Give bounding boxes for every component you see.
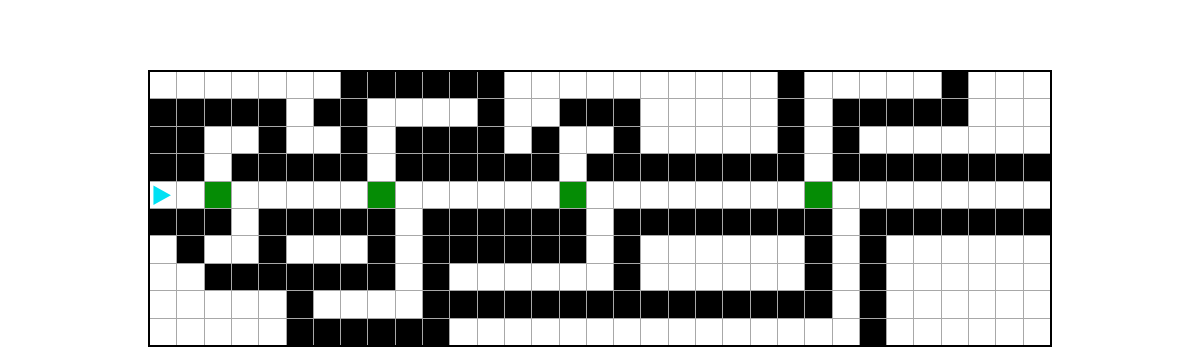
open-cell [887,72,913,98]
open-cell [150,264,176,290]
open-cell [614,72,640,98]
open-cell [751,264,777,290]
wall-cell [723,209,749,235]
open-cell [723,182,749,208]
open-cell [368,99,394,125]
open-cell [259,72,285,98]
wall-cell [833,99,859,125]
open-cell [532,319,558,345]
wall-cell [833,127,859,153]
wall-cell [341,319,367,345]
open-cell [696,99,722,125]
wall-cell [478,127,504,153]
open-cell [396,99,422,125]
open-cell [914,127,940,153]
open-cell [996,291,1022,317]
wall-cell [150,127,176,153]
wall-cell [287,154,313,180]
wall-cell [341,127,367,153]
open-cell [887,291,913,317]
open-cell [1024,99,1050,125]
wall-cell [614,127,640,153]
wall-cell [177,236,203,262]
wall-cell [396,319,422,345]
wall-cell [942,154,968,180]
open-cell [396,236,422,262]
open-cell [696,127,722,153]
open-cell [696,319,722,345]
open-cell [669,236,695,262]
wall-cell [423,291,449,317]
wall-cell [314,319,340,345]
open-cell [368,291,394,317]
open-cell [505,264,531,290]
wall-cell [450,209,476,235]
wall-cell [478,209,504,235]
wall-cell [177,99,203,125]
open-cell [942,319,968,345]
wall-cell [423,72,449,98]
wall-cell [723,291,749,317]
wall-cell [232,154,258,180]
wall-cell [669,154,695,180]
wall-cell [341,99,367,125]
open-cell [150,319,176,345]
open-cell [942,182,968,208]
open-cell [996,264,1022,290]
open-cell [751,319,777,345]
open-cell [396,209,422,235]
open-cell [641,99,667,125]
open-cell [969,72,995,98]
open-cell [696,264,722,290]
open-cell [641,319,667,345]
open-cell [1024,236,1050,262]
open-cell [287,72,313,98]
wall-cell [560,236,586,262]
wall-cell [778,72,804,98]
wall-cell [669,209,695,235]
wall-cell [232,99,258,125]
open-cell [232,72,258,98]
wall-cell [368,236,394,262]
goal-cell [368,182,394,208]
goal-cell [560,182,586,208]
open-cell [669,319,695,345]
open-cell [969,99,995,125]
open-cell [805,319,831,345]
wall-cell [478,99,504,125]
open-cell [560,72,586,98]
wall-cell [696,291,722,317]
wall-cell [778,154,804,180]
open-cell [314,291,340,317]
open-cell [778,236,804,262]
wall-cell [532,236,558,262]
open-cell [450,264,476,290]
wall-cell [641,291,667,317]
wall-cell [478,72,504,98]
open-cell [887,236,913,262]
open-cell [969,319,995,345]
open-cell [751,99,777,125]
wall-cell [287,264,313,290]
wall-cell [177,209,203,235]
wall-cell [259,127,285,153]
wall-cell [614,291,640,317]
wall-cell [942,72,968,98]
open-cell [778,182,804,208]
open-cell [150,291,176,317]
open-cell [805,154,831,180]
open-cell [259,319,285,345]
wall-cell [314,154,340,180]
wall-cell [696,154,722,180]
wall-cell [450,127,476,153]
wall-cell [532,209,558,235]
wall-cell [914,154,940,180]
open-cell [723,127,749,153]
open-cell [205,291,231,317]
open-cell [560,319,586,345]
open-cell [1024,182,1050,208]
wall-cell [751,154,777,180]
open-cell [532,72,558,98]
maze-page [0,0,1200,363]
open-cell [341,291,367,317]
open-cell [996,127,1022,153]
wall-cell [1024,154,1050,180]
open-cell [478,182,504,208]
open-cell [914,264,940,290]
wall-cell [205,209,231,235]
wall-cell [314,264,340,290]
wall-cell [560,99,586,125]
wall-cell [942,209,968,235]
open-cell [368,127,394,153]
wall-cell [505,209,531,235]
wall-cell [396,72,422,98]
open-cell [177,319,203,345]
open-cell [1024,264,1050,290]
open-cell [669,72,695,98]
open-cell [887,127,913,153]
agent-cell [150,182,176,208]
wall-cell [696,209,722,235]
wall-cell [1024,209,1050,235]
wall-cell [478,291,504,317]
wall-cell [341,72,367,98]
wall-cell [914,99,940,125]
wall-cell [532,154,558,180]
wall-cell [669,291,695,317]
open-cell [751,127,777,153]
wall-cell [641,154,667,180]
open-cell [723,72,749,98]
open-cell [177,182,203,208]
open-cell [587,264,613,290]
wall-cell [314,209,340,235]
open-cell [669,99,695,125]
open-cell [587,209,613,235]
open-cell [969,264,995,290]
wall-cell [751,209,777,235]
open-cell [560,264,586,290]
wall-cell [423,127,449,153]
open-cell [833,72,859,98]
open-cell [232,236,258,262]
open-cell [396,291,422,317]
wall-cell [450,291,476,317]
open-cell [505,127,531,153]
wall-cell [860,264,886,290]
wall-cell [614,236,640,262]
open-cell [287,99,313,125]
open-cell [751,236,777,262]
wall-cell [259,99,285,125]
open-cell [751,72,777,98]
wall-cell [887,154,913,180]
open-cell [669,182,695,208]
open-cell [232,319,258,345]
wall-cell [287,209,313,235]
open-cell [177,264,203,290]
wall-cell [969,154,995,180]
open-cell [942,236,968,262]
open-cell [914,291,940,317]
wall-cell [177,154,203,180]
open-cell [505,72,531,98]
open-cell [232,291,258,317]
wall-cell [996,209,1022,235]
open-cell [614,319,640,345]
open-cell [723,99,749,125]
open-cell [505,182,531,208]
wall-cell [341,264,367,290]
open-cell [996,236,1022,262]
wall-cell [505,236,531,262]
wall-cell [205,264,231,290]
wall-cell [860,236,886,262]
wall-cell [150,209,176,235]
wall-cell [450,72,476,98]
open-cell [396,264,422,290]
wall-cell [423,319,449,345]
wall-cell [478,154,504,180]
wall-cell [805,209,831,235]
open-cell [969,291,995,317]
wall-cell [996,154,1022,180]
open-cell [833,236,859,262]
open-cell [1024,72,1050,98]
wall-cell [368,209,394,235]
wall-cell [641,209,667,235]
open-cell [314,72,340,98]
open-cell [914,182,940,208]
open-cell [969,182,995,208]
open-cell [887,264,913,290]
open-cell [587,236,613,262]
open-cell [860,72,886,98]
open-cell [833,264,859,290]
open-cell [696,236,722,262]
open-cell [887,182,913,208]
open-cell [314,127,340,153]
open-cell [587,127,613,153]
wall-cell [232,264,258,290]
wall-cell [751,291,777,317]
open-cell [450,319,476,345]
open-cell [150,72,176,98]
open-cell [177,291,203,317]
open-cell [287,182,313,208]
wall-cell [860,291,886,317]
open-cell [150,236,176,262]
wall-cell [587,99,613,125]
wall-cell [778,291,804,317]
open-cell [669,264,695,290]
open-cell [505,319,531,345]
wall-cell [368,72,394,98]
open-cell [669,127,695,153]
wall-cell [614,99,640,125]
wall-cell [259,236,285,262]
open-cell [478,319,504,345]
wall-cell [423,264,449,290]
goal-cell [205,182,231,208]
open-cell [450,99,476,125]
open-cell [205,319,231,345]
wall-cell [532,127,558,153]
wall-cell [177,127,203,153]
open-cell [259,182,285,208]
open-cell [232,182,258,208]
open-cell [287,236,313,262]
wall-cell [341,209,367,235]
open-cell [368,154,394,180]
right-triangle-icon [150,182,176,208]
wall-cell [505,291,531,317]
open-cell [532,264,558,290]
wall-cell [778,127,804,153]
open-cell [1024,127,1050,153]
open-cell [450,182,476,208]
wall-cell [860,154,886,180]
open-cell [532,182,558,208]
open-cell [887,319,913,345]
wall-cell [614,264,640,290]
wall-cell [341,154,367,180]
open-cell [614,182,640,208]
open-cell [914,319,940,345]
wall-cell [287,319,313,345]
open-cell [942,127,968,153]
open-cell [505,99,531,125]
open-cell [996,99,1022,125]
open-cell [423,99,449,125]
open-cell [996,72,1022,98]
wall-cell [205,99,231,125]
open-cell [914,72,940,98]
open-cell [532,99,558,125]
wall-cell [259,154,285,180]
open-cell [723,236,749,262]
open-cell [1024,319,1050,345]
open-cell [996,182,1022,208]
open-cell [478,264,504,290]
open-cell [641,264,667,290]
open-cell [587,72,613,98]
wall-cell [368,264,394,290]
open-cell [232,127,258,153]
open-cell [778,319,804,345]
maze-board [148,70,1052,347]
wall-cell [478,236,504,262]
open-cell [833,209,859,235]
wall-cell [423,154,449,180]
open-cell [969,236,995,262]
open-cell [833,182,859,208]
wall-cell [805,236,831,262]
wall-cell [150,154,176,180]
open-cell [969,127,995,153]
wall-cell [887,99,913,125]
open-cell [259,291,285,317]
open-cell [751,182,777,208]
wall-cell [396,127,422,153]
open-cell [587,319,613,345]
open-cell [287,127,313,153]
wall-cell [150,99,176,125]
wall-cell [805,291,831,317]
open-cell [778,264,804,290]
open-cell [723,264,749,290]
wall-cell [396,154,422,180]
open-cell [942,291,968,317]
wall-cell [587,154,613,180]
wall-cell [860,319,886,345]
wall-cell [532,291,558,317]
wall-cell [614,154,640,180]
open-cell [423,182,449,208]
wall-cell [778,209,804,235]
wall-cell [368,319,394,345]
wall-cell [314,99,340,125]
open-cell [833,319,859,345]
wall-cell [423,209,449,235]
open-cell [641,72,667,98]
open-cell [205,236,231,262]
open-cell [942,264,968,290]
open-cell [314,182,340,208]
open-cell [641,127,667,153]
open-cell [232,209,258,235]
open-cell [996,319,1022,345]
wall-cell [450,154,476,180]
open-cell [696,72,722,98]
open-cell [641,236,667,262]
open-cell [860,127,886,153]
wall-cell [805,264,831,290]
open-cell [860,182,886,208]
wall-cell [505,154,531,180]
open-cell [205,127,231,153]
wall-cell [560,209,586,235]
open-cell [805,99,831,125]
wall-cell [969,209,995,235]
open-cell [696,182,722,208]
open-cell [314,236,340,262]
